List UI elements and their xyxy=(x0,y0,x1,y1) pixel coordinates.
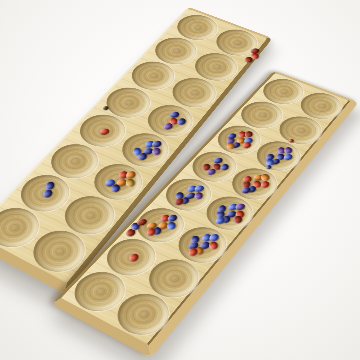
glass-bead-blue xyxy=(166,222,176,230)
glass-bead-darkred xyxy=(233,215,243,224)
glass-bead-red xyxy=(208,241,217,249)
glass-bead-red xyxy=(98,127,111,136)
glass-bead-purple xyxy=(193,191,204,200)
glass-bead-purple xyxy=(283,146,293,154)
glass-bead-orange xyxy=(261,174,269,181)
glass-bead-amber xyxy=(125,179,134,187)
glass-bead-red xyxy=(186,247,198,257)
mancala-product-photo xyxy=(0,0,360,360)
loose-bead-red xyxy=(251,53,259,60)
glass-bead-navy xyxy=(168,111,181,119)
glass-bead-blue xyxy=(132,147,141,155)
glass-bead-red xyxy=(145,227,157,237)
glass-bead-purple xyxy=(151,147,162,156)
glass-bead-navy xyxy=(41,189,54,199)
glass-bead-darkred xyxy=(244,131,254,138)
glass-bead-red xyxy=(127,253,140,263)
glass-bead-purple xyxy=(161,122,174,131)
glass-bead-navy xyxy=(216,204,228,213)
glass-bead-orange xyxy=(226,142,234,149)
glass-bead-navy xyxy=(189,235,200,244)
